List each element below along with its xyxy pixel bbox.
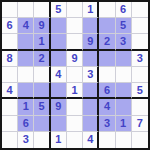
cell-r9c8[interactable]	[116, 132, 132, 148]
cell-r2c8-given: 5	[116, 18, 132, 34]
cell-r8c4[interactable]	[51, 116, 67, 132]
cell-r5c3[interactable]	[34, 67, 50, 83]
cell-r1c8-given: 6	[116, 2, 132, 18]
cell-r4c2[interactable]	[18, 51, 34, 67]
cell-r8c6[interactable]	[83, 116, 99, 132]
cell-r7c4-given: 9	[51, 99, 67, 115]
cell-r6c5-given: 1	[67, 83, 83, 99]
cell-r6c7-given: 6	[99, 83, 115, 99]
cell-r7c5[interactable]	[67, 99, 83, 115]
cell-r6c4[interactable]	[51, 83, 67, 99]
cell-r6c3[interactable]	[34, 83, 50, 99]
cell-r9c2-given: 3	[18, 132, 34, 148]
cell-r8c5[interactable]	[67, 116, 83, 132]
cell-r4c7[interactable]	[99, 51, 115, 67]
cell-r4c6[interactable]	[83, 51, 99, 67]
cell-r5c7[interactable]	[99, 67, 115, 83]
cell-r7c8[interactable]	[116, 99, 132, 115]
cell-r7c9[interactable]	[132, 99, 148, 115]
cell-r5c1[interactable]	[2, 67, 18, 83]
cell-r6c9-given: 5	[132, 83, 148, 99]
cell-r1c2[interactable]	[18, 2, 34, 18]
cell-r3c5[interactable]	[67, 34, 83, 50]
cell-r8c7-given: 3	[99, 116, 115, 132]
cell-r2c4[interactable]	[51, 18, 67, 34]
cell-r5c4-given: 4	[51, 67, 67, 83]
cell-r9c5[interactable]	[67, 132, 83, 148]
cell-r1c9[interactable]	[132, 2, 148, 18]
cell-r7c3-given: 5	[34, 99, 50, 115]
cell-r3c3-given: 1	[34, 34, 50, 50]
cell-r3c7-given: 2	[99, 34, 115, 50]
cell-r8c3[interactable]	[34, 116, 50, 132]
cell-r2c7[interactable]	[99, 18, 115, 34]
cell-r8c2-given: 6	[18, 116, 34, 132]
cell-r8c9-given: 7	[132, 116, 148, 132]
cell-r5c6-given: 3	[83, 67, 99, 83]
cell-r4c5-given: 9	[67, 51, 83, 67]
sudoku-board: 51664951923829343416515946317314	[0, 0, 150, 150]
cell-r4c9-given: 3	[132, 51, 148, 67]
cell-r1c7[interactable]	[99, 2, 115, 18]
cell-r2c3-given: 9	[34, 18, 50, 34]
cell-r9c4-given: 1	[51, 132, 67, 148]
cell-r7c2-given: 1	[18, 99, 34, 115]
cell-r3c1[interactable]	[2, 34, 18, 50]
cell-r6c1-given: 4	[2, 83, 18, 99]
cell-r9c9[interactable]	[132, 132, 148, 148]
cell-r5c9[interactable]	[132, 67, 148, 83]
cell-r3c9[interactable]	[132, 34, 148, 50]
cell-r8c1[interactable]	[2, 116, 18, 132]
cell-r9c3[interactable]	[34, 132, 50, 148]
cell-r5c2[interactable]	[18, 67, 34, 83]
cell-r1c1[interactable]	[2, 2, 18, 18]
cell-r1c3[interactable]	[34, 2, 50, 18]
cell-r7c7-given: 4	[99, 99, 115, 115]
cell-r6c6[interactable]	[83, 83, 99, 99]
cell-r7c1[interactable]	[2, 99, 18, 115]
cell-r4c8[interactable]	[116, 51, 132, 67]
cell-r6c2[interactable]	[18, 83, 34, 99]
cell-r2c5[interactable]	[67, 18, 83, 34]
cell-r9c6-given: 4	[83, 132, 99, 148]
cell-r3c6-given: 9	[83, 34, 99, 50]
cell-r7c6[interactable]	[83, 99, 99, 115]
cell-r1c6-given: 1	[83, 2, 99, 18]
cell-r9c1[interactable]	[2, 132, 18, 148]
cell-r3c2[interactable]	[18, 34, 34, 50]
cell-r4c4[interactable]	[51, 51, 67, 67]
cell-r2c2-given: 4	[18, 18, 34, 34]
cell-r1c5[interactable]	[67, 2, 83, 18]
cell-r3c8-given: 3	[116, 34, 132, 50]
cell-r1c4-given: 5	[51, 2, 67, 18]
cell-r4c1-given: 8	[2, 51, 18, 67]
cell-r6c8[interactable]	[116, 83, 132, 99]
cell-r5c8[interactable]	[116, 67, 132, 83]
cell-r4c3-given: 2	[34, 51, 50, 67]
cell-r8c8-given: 1	[116, 116, 132, 132]
cell-r2c6[interactable]	[83, 18, 99, 34]
cell-r2c9[interactable]	[132, 18, 148, 34]
cell-r2c1-given: 6	[2, 18, 18, 34]
cell-r5c5[interactable]	[67, 67, 83, 83]
cell-r9c7[interactable]	[99, 132, 115, 148]
cell-r3c4[interactable]	[51, 34, 67, 50]
